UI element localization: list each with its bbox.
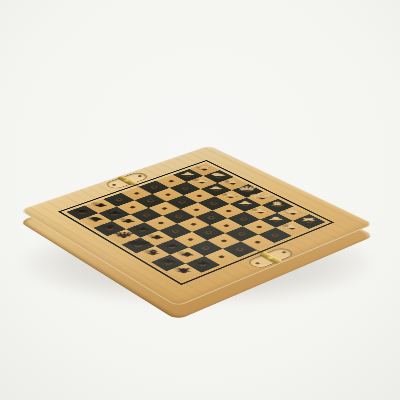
piece-cast-shadow (144, 232, 162, 241)
product-photo-scene: ♜♞♝♛♚♝♞♜♟♟♟♟♟♟♟♟♟♟♟♟♟♟♟♟♜♞♝♛♚♝♞♜ (0, 0, 400, 400)
peg-hole (172, 230, 179, 233)
piece-cast-shadow (262, 214, 280, 222)
peg-hole (218, 255, 225, 259)
peg-hole (125, 220, 132, 223)
peg-hole (143, 214, 150, 217)
peg-hole (92, 219, 99, 222)
peg-hole (223, 224, 230, 227)
piece-cast-shadow (154, 256, 173, 266)
peg-hole (135, 244, 142, 247)
peg-hole (306, 220, 313, 223)
square-g4 (225, 226, 258, 241)
peg-hole (208, 216, 215, 219)
peg-hole (220, 239, 227, 242)
square-h5 (223, 242, 257, 258)
peg-hole (168, 180, 175, 183)
latch-screw-hole (281, 251, 287, 254)
piece-cast-shadow (176, 170, 193, 177)
piece-cast-shadow (278, 222, 296, 231)
piece-cast-shadow (206, 171, 223, 178)
piece-cast-shadow (110, 230, 128, 239)
piece-cast-shadow (192, 164, 209, 171)
piece-cast-shadow (139, 247, 157, 256)
latch-clasp (259, 252, 282, 264)
peg-hole (184, 254, 191, 258)
peg-hole (271, 234, 278, 237)
piece-cast-shadow (101, 208, 118, 216)
piece-cast-shadow (189, 257, 208, 267)
chess-board: ♜♞♝♛♚♝♞♜♟♟♟♟♟♟♟♟♟♟♟♟♟♟♟♟♜♞♝♛♚♝♞♜ (19, 145, 374, 307)
piece-cast-shadow (158, 240, 176, 249)
board-top-surface: ♜♞♝♛♚♝♞♜♟♟♟♟♟♟♟♟♟♟♟♟♟♟♟♟♜♞♝♛♚♝♞♜ (19, 145, 374, 307)
square-g6 (189, 240, 223, 256)
piece-cast-shadow (115, 215, 133, 224)
peg-hole (139, 228, 146, 231)
peg-hole (236, 248, 243, 251)
peg-hole (115, 198, 122, 201)
piece-cast-shadow (83, 214, 100, 222)
square-h7: ♟ (186, 256, 221, 273)
square-f6 (174, 232, 207, 248)
square-e5 (177, 217, 210, 232)
peg-hole (133, 192, 140, 195)
square-g1: ♞ (277, 206, 309, 220)
piece-black-pawn: ♟ (134, 228, 180, 238)
piece-black-rook: ♜ (160, 261, 207, 272)
piece-cast-shadow (88, 200, 105, 208)
piece-cast-shadow (70, 206, 87, 214)
square-h6 (204, 249, 238, 265)
piece-white-pawn: ♟ (269, 219, 315, 229)
square-g3 (243, 220, 276, 235)
piece-black-pawn: ♟ (120, 220, 165, 230)
square-d6 (145, 216, 178, 231)
peg-hole (149, 252, 156, 256)
peg-hole (165, 193, 172, 196)
piece-cast-shadow (170, 265, 189, 275)
scene-3d: ♜♞♝♛♚♝♞♜♟♟♟♟♟♟♟♟♟♟♟♟♟♟♟♟♜♞♝♛♚♝♞♜ (0, 0, 400, 400)
square-f7: ♟ (155, 239, 189, 255)
square-g5 (207, 233, 241, 249)
peg-hole (168, 245, 175, 248)
square-d7: ♟ (126, 222, 159, 237)
peg-hole (165, 261, 172, 265)
piece-cast-shadow (129, 223, 147, 232)
piece-cast-shadow (97, 222, 115, 231)
latch-screw-hole (255, 262, 261, 265)
peg-hole (147, 199, 154, 202)
piece-cast-shadow (173, 248, 192, 257)
piece-cast-shadow (203, 184, 220, 192)
square-d8: ♛ (107, 229, 140, 244)
square-f8: ♝ (136, 246, 170, 262)
square-g7: ♟ (170, 247, 204, 263)
peg-hole (187, 238, 194, 241)
piece-cast-shadow (189, 177, 206, 185)
square-h3 (258, 228, 291, 243)
piece-black-pawn: ♟ (164, 245, 210, 255)
peg-hole (193, 208, 200, 211)
square-h4 (241, 235, 275, 251)
square-h1: ♜ (293, 214, 326, 229)
piece-cast-shadow (218, 191, 235, 199)
peg-hole (190, 223, 197, 226)
piece-black-king: ♚ (115, 235, 161, 245)
peg-hole (240, 217, 247, 220)
piece-cast-shadow (295, 215, 313, 224)
square-h8: ♜ (166, 264, 201, 281)
peg-hole (199, 263, 207, 267)
square-h2: ♟ (276, 221, 309, 236)
peg-hole (225, 209, 232, 212)
peg-hole (175, 215, 182, 218)
peg-hole (106, 227, 113, 230)
peg-hole (153, 237, 160, 240)
peg-hole (179, 201, 186, 204)
piece-black-bishop: ♝ (87, 219, 133, 229)
peg-hole (210, 202, 217, 205)
peg-hole (254, 241, 261, 244)
square-e8: ♚ (122, 238, 156, 254)
peg-hole (289, 227, 296, 230)
square-g8: ♞ (151, 255, 185, 272)
piece-black-pawn: ♟ (179, 254, 226, 265)
square-f5 (192, 225, 225, 240)
peg-hole (256, 225, 263, 228)
peg-hole (129, 206, 136, 209)
peg-hole (196, 194, 203, 197)
piece-black-pawn: ♟ (149, 237, 195, 247)
piece-black-knight: ♞ (145, 252, 192, 263)
square-f4 (210, 218, 243, 233)
peg-hole (182, 187, 189, 190)
latch-knob (266, 255, 276, 260)
piece-black-bishop: ♝ (130, 244, 177, 254)
peg-hole (205, 231, 212, 234)
piece-black-queen: ♛ (101, 227, 147, 237)
peg-hole (151, 186, 158, 189)
peg-hole (161, 207, 168, 210)
peg-hole (273, 219, 280, 222)
piece-cast-shadow (125, 239, 143, 248)
peg-hole (202, 246, 209, 249)
peg-hole (120, 235, 127, 238)
peg-hole (238, 232, 245, 235)
square-c8: ♝ (93, 221, 126, 236)
peg-hole (157, 221, 164, 224)
square-e6 (159, 224, 192, 239)
square-e7: ♟ (140, 231, 173, 246)
peg-hole (180, 270, 188, 274)
